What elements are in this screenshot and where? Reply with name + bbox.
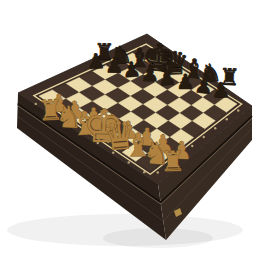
frame-coordinate-dot xyxy=(157,171,159,173)
frame-coordinate-dot xyxy=(203,136,205,138)
black-pawn: ♟ xyxy=(157,65,178,91)
chess-set-product-photo: ♜♞♝♟♚♟♛♟♝♟♞♟♜♟♟♟♟♟♜♟♞♟♝♟♚♟♛♟♝♟♞♜ xyxy=(0,0,263,263)
frame-coordinate-dot xyxy=(35,103,37,105)
white-rook: ♜ xyxy=(160,145,186,179)
frame-coordinate-dot xyxy=(143,171,145,173)
frame-coordinate-dot xyxy=(214,127,216,129)
black-pawn: ♟ xyxy=(176,70,195,94)
chess-board-svg: ♜♞♝♟♚♟♛♟♝♟♞♟♜♟♟♟♟♟♜♟♞♟♝♟♚♟♛♟♝♟♞♜ xyxy=(0,0,263,263)
black-pawn: ♟ xyxy=(211,78,230,102)
black-pawn: ♟ xyxy=(86,49,106,74)
frame-coordinate-dot xyxy=(226,118,228,120)
black-pawn: ♟ xyxy=(121,57,141,82)
frame-coordinate-dot xyxy=(237,109,239,111)
